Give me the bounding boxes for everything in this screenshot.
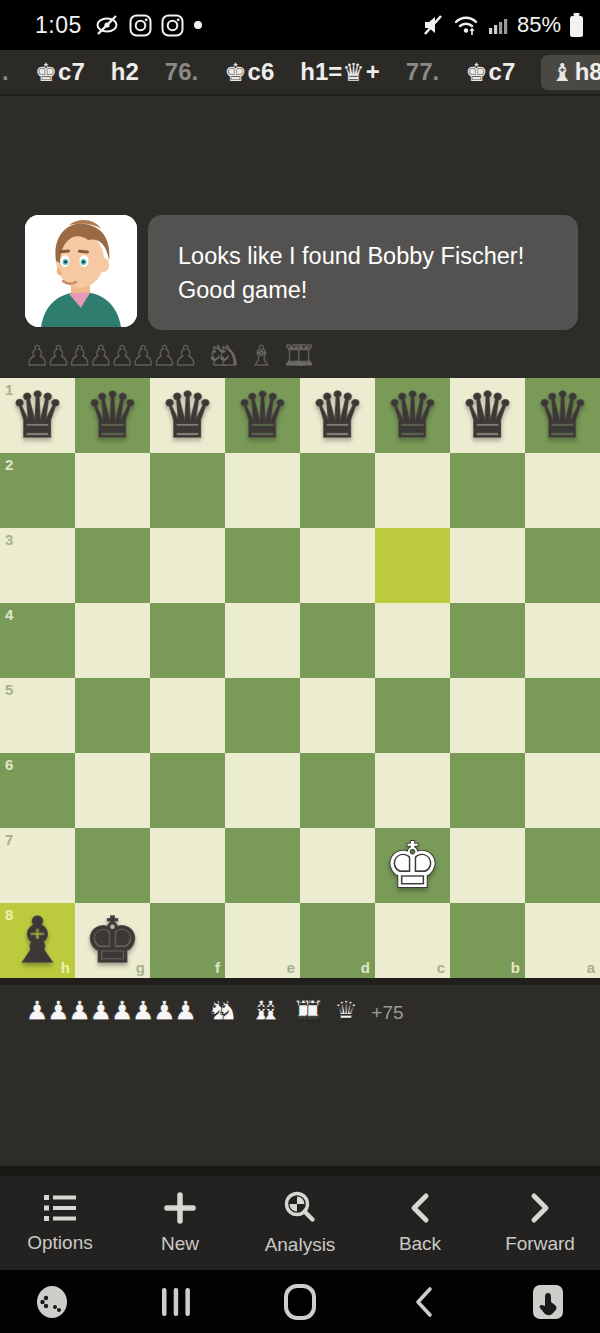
forward-move-button[interactable]: Forward — [480, 1176, 600, 1270]
square-d2[interactable] — [300, 453, 375, 528]
back-icon[interactable] — [394, 1286, 454, 1318]
chevron-left-icon — [408, 1192, 432, 1224]
battery-icon — [569, 12, 584, 38]
move-text: h1= — [300, 58, 342, 86]
square-e1[interactable]: ♛ — [225, 378, 300, 453]
square-a5[interactable] — [525, 678, 600, 753]
options-label: Options — [27, 1232, 92, 1254]
square-a7[interactable] — [525, 828, 600, 903]
bot-avatar — [25, 215, 137, 327]
rank-label-3: 3 — [5, 531, 13, 548]
square-e4[interactable] — [225, 603, 300, 678]
square-h6[interactable]: 6 — [0, 753, 75, 828]
square-c6[interactable] — [375, 753, 450, 828]
analysis-label: Analysis — [265, 1234, 336, 1256]
square-e8[interactable]: e — [225, 903, 300, 978]
captured-black-rook-x2: ♜♜ — [282, 342, 315, 370]
system-nav-bar — [0, 1270, 600, 1333]
file-label-e: e — [287, 959, 295, 976]
game-launcher-icon[interactable] — [22, 1284, 82, 1320]
square-f7[interactable] — [150, 828, 225, 903]
square-f4[interactable] — [150, 603, 225, 678]
square-b5[interactable] — [450, 678, 525, 753]
square-c3[interactable] — [375, 528, 450, 603]
knight-icon: ♞ — [216, 342, 240, 370]
bot-message-line1: Looks like I found Bobby Fischer! — [178, 239, 556, 273]
square-e7[interactable] — [225, 828, 300, 903]
square-c7[interactable]: ♚ — [375, 828, 450, 903]
move-list-bar: .♚c7h276.♚c6h1=♛+77.♚c7♝h8# — [0, 50, 600, 96]
rank-label-7: 7 — [5, 831, 13, 848]
sound-muted-icon — [421, 14, 445, 36]
new-label: New — [161, 1233, 199, 1255]
square-b6[interactable] — [450, 753, 525, 828]
black-queen-g1: ♛ — [75, 378, 150, 453]
phone-screen: 1:05 85% — [0, 0, 600, 1333]
captured-white-knight-x2: ♞♞ — [207, 997, 240, 1025]
move-number: . — [2, 58, 9, 86]
square-b7[interactable] — [450, 828, 525, 903]
square-g3[interactable] — [75, 528, 150, 603]
figurine-queen-icon: ♛ — [342, 58, 364, 87]
move-item[interactable]: ♚c7 — [35, 58, 85, 87]
black-king-g8: ♚ — [75, 903, 150, 978]
bot-chat-bubble: Looks like I found Bobby Fischer! Good g… — [148, 215, 578, 330]
move-text: c7 — [58, 58, 85, 86]
eye-off-icon — [94, 14, 120, 36]
move-text: c7 — [489, 58, 516, 86]
recents-icon[interactable] — [146, 1287, 206, 1317]
figurine-bishop-icon: ♝ — [551, 58, 573, 87]
square-g2[interactable] — [75, 453, 150, 528]
square-h2[interactable]: 2 — [0, 453, 75, 528]
move-number: 77. — [406, 58, 439, 86]
black-queen-h1: ♛ — [0, 378, 75, 453]
rank-label-6: 6 — [5, 756, 13, 773]
captured-pieces-top: ♟♟♟♟♟♟♟♟♞♞♝♜♜ — [25, 340, 325, 370]
square-b2[interactable] — [450, 453, 525, 528]
move-text: h2 — [111, 58, 139, 86]
plus-icon — [164, 1192, 196, 1224]
rook-icon: ♜ — [292, 342, 316, 370]
square-d4[interactable] — [300, 603, 375, 678]
square-h1[interactable]: 1♛ — [0, 378, 75, 453]
captured-white-pawn-x8: ♟♟♟♟♟♟♟♟ — [25, 997, 198, 1025]
square-e6[interactable] — [225, 753, 300, 828]
rook-icon: ♜ — [301, 997, 325, 1025]
file-label-a: a — [587, 959, 595, 976]
square-g5[interactable] — [75, 678, 150, 753]
square-f5[interactable] — [150, 678, 225, 753]
file-label-d: d — [361, 959, 370, 976]
wifi-icon — [453, 14, 481, 36]
square-f8[interactable]: f — [150, 903, 225, 978]
square-h3[interactable]: 3 — [0, 528, 75, 603]
rank-label-5: 5 — [5, 681, 13, 698]
square-c1[interactable]: ♛ — [375, 378, 450, 453]
black-queen-d1: ♛ — [300, 378, 375, 453]
queen-icon: ♛ — [334, 997, 358, 1025]
captured-white-rook-x2: ♜♜ — [292, 997, 325, 1025]
square-b4[interactable] — [450, 603, 525, 678]
captured-black-knight-x2: ♞♞ — [207, 342, 240, 370]
square-b3[interactable] — [450, 528, 525, 603]
clock: 1:05 — [35, 12, 82, 39]
move-item-current[interactable]: ♝h8# — [541, 55, 600, 90]
square-d8[interactable]: d — [300, 903, 375, 978]
square-b1[interactable]: ♛ — [450, 378, 525, 453]
signal-icon — [489, 14, 509, 36]
move-item[interactable]: ♚c7 — [465, 58, 515, 87]
captured-white-bishop-x2: ♝♝ — [249, 997, 282, 1025]
rank-label-4: 4 — [5, 606, 13, 623]
rank-label-2: 2 — [5, 456, 13, 473]
square-e2[interactable] — [225, 453, 300, 528]
square-a2[interactable] — [525, 453, 600, 528]
square-g4[interactable] — [75, 603, 150, 678]
move-number: 76. — [165, 58, 198, 86]
square-c2[interactable] — [375, 453, 450, 528]
square-d6[interactable] — [300, 753, 375, 828]
square-d3[interactable] — [300, 528, 375, 603]
move-item[interactable]: ♚c6 — [224, 58, 274, 87]
black-queen-a1: ♛ — [525, 378, 600, 453]
home-icon[interactable] — [270, 1283, 330, 1321]
file-label-b: b — [511, 959, 520, 976]
new-game-button[interactable]: New — [120, 1176, 240, 1270]
figurine-king-icon: ♚ — [35, 58, 57, 87]
move-item[interactable]: h1=♛+ — [300, 58, 379, 87]
bot-message-line2: Good game! — [178, 273, 556, 307]
captured-white-queen-x1: ♛ — [334, 997, 358, 1025]
square-f1[interactable]: ♛ — [150, 378, 225, 453]
square-c5[interactable] — [375, 678, 450, 753]
square-d7[interactable] — [300, 828, 375, 903]
bottom-toolbar: Options New Analysis Back Forward — [0, 1176, 600, 1270]
chevron-right-icon — [528, 1192, 552, 1224]
square-a3[interactable] — [525, 528, 600, 603]
square-c4[interactable] — [375, 603, 450, 678]
back-label: Back — [399, 1233, 441, 1255]
battery-percent: 85% — [517, 12, 561, 38]
black-queen-b1: ♛ — [450, 378, 525, 453]
knight-icon: ♞ — [216, 997, 240, 1025]
square-g8[interactable]: g♚ — [75, 903, 150, 978]
instagram-icon — [129, 14, 152, 37]
options-list-icon — [42, 1193, 78, 1223]
black-queen-e1: ♛ — [225, 378, 300, 453]
pawn-icon: ♟ — [174, 997, 198, 1025]
square-a6[interactable] — [525, 753, 600, 828]
file-label-c: c — [437, 959, 445, 976]
square-h8[interactable]: 8h♝ — [0, 903, 75, 978]
square-f6[interactable] — [150, 753, 225, 828]
square-g6[interactable] — [75, 753, 150, 828]
square-g1[interactable]: ♛ — [75, 378, 150, 453]
touch-protection-icon[interactable] — [518, 1283, 578, 1321]
square-d1[interactable]: ♛ — [300, 378, 375, 453]
black-queen-f1: ♛ — [150, 378, 225, 453]
black-queen-c1: ♛ — [375, 378, 450, 453]
analysis-button[interactable]: Analysis — [240, 1176, 360, 1270]
black-bishop-h8: ♝ — [0, 903, 75, 978]
square-g7[interactable] — [75, 828, 150, 903]
square-b8[interactable]: b — [450, 903, 525, 978]
options-button[interactable]: Options — [0, 1176, 120, 1270]
white-king-c7: ♚ — [375, 828, 450, 903]
back-move-button[interactable]: Back — [360, 1176, 480, 1270]
captured-black-bishop-x1: ♝ — [249, 342, 273, 370]
instagram-icon — [161, 14, 184, 37]
square-f2[interactable] — [150, 453, 225, 528]
pawn-icon: ♟ — [174, 342, 198, 370]
square-e3[interactable] — [225, 528, 300, 603]
captured-black-pawn-x8: ♟♟♟♟♟♟♟♟ — [25, 342, 198, 370]
square-d5[interactable] — [300, 678, 375, 753]
square-e5[interactable] — [225, 678, 300, 753]
move-text: h8# — [575, 58, 600, 86]
bishop-icon: ♝ — [258, 997, 282, 1025]
figurine-king-icon: ♚ — [224, 58, 246, 87]
board-bottom-shadow — [0, 978, 600, 985]
chess-board: 1♛♛♛♛♛♛♛♛234567♚8h♝g♚fedcba — [0, 378, 600, 978]
material-score: +75 — [371, 994, 403, 1024]
notification-dot — [193, 20, 203, 30]
status-bar: 1:05 85% — [0, 0, 600, 50]
square-a1[interactable]: ♛ — [525, 378, 600, 453]
figurine-king-icon: ♚ — [465, 58, 487, 87]
square-a4[interactable] — [525, 603, 600, 678]
square-f3[interactable] — [150, 528, 225, 603]
move-item[interactable]: h2 — [111, 58, 139, 86]
square-h5[interactable]: 5 — [0, 678, 75, 753]
bishop-icon: ♝ — [249, 342, 273, 370]
move-text: + — [366, 58, 380, 86]
square-h7[interactable]: 7 — [0, 828, 75, 903]
square-a8[interactable]: a — [525, 903, 600, 978]
analysis-magnifier-icon — [283, 1191, 317, 1225]
move-text: c6 — [248, 58, 275, 86]
captured-pieces-bottom: ♟♟♟♟♟♟♟♟♞♞♝♝♜♜♛+75 — [25, 993, 404, 1025]
forward-label: Forward — [505, 1233, 575, 1255]
file-label-f: f — [215, 959, 220, 976]
square-h4[interactable]: 4 — [0, 603, 75, 678]
toolbar-separator — [0, 1166, 600, 1176]
square-c8[interactable]: c — [375, 903, 450, 978]
